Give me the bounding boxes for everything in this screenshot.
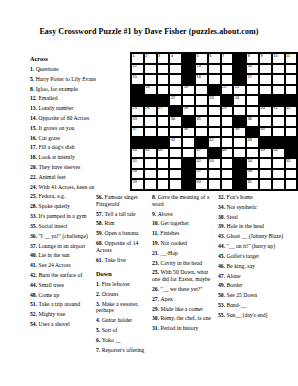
cell-r5c10[interactable] <box>246 95 259 106</box>
clue-down-8: 8. Gave the meaning of a word <box>152 194 216 207</box>
crossword-grid: 1234567891011121314151617181920212223242… <box>130 52 298 191</box>
cell-r7c4[interactable]: 34 <box>169 116 182 127</box>
clue-down-26: 26. "__ we there yet?" <box>152 286 216 293</box>
clue-across-37: 37. Lounge in an airport <box>30 243 97 250</box>
cell-r10c8[interactable]: 48 <box>221 148 234 159</box>
clue-across-12: 12. Emailed <box>30 95 97 102</box>
page-title: Easy Crossword Puzzle #1 by Dave Fisher … <box>0 27 298 36</box>
cell-number: 56 <box>133 169 137 173</box>
clue-down-47: 47. Alone <box>218 273 298 280</box>
cell-r8c6[interactable] <box>195 127 208 138</box>
clue-across-54: 54. Uses a shovel <box>30 321 97 328</box>
clue-down-21: 21. __-Hop <box>152 250 216 257</box>
block-r5c2 <box>144 95 157 106</box>
clue-down-49: 49. Border <box>218 282 298 289</box>
clue-number: 23. <box>152 260 161 266</box>
cell-number: 26 <box>145 106 149 110</box>
cell-r13c12[interactable] <box>272 179 285 190</box>
cell-r4c13[interactable] <box>285 85 298 96</box>
cell-number: 30 <box>260 106 264 110</box>
block-r11c5 <box>182 158 195 169</box>
clue-number: 49. <box>218 282 227 288</box>
block-r10c13 <box>285 148 298 159</box>
cell-number: 14 <box>248 64 252 68</box>
cell-r4c2[interactable]: 18 <box>144 85 157 96</box>
cell-r8c3[interactable] <box>157 127 170 138</box>
block-r9c1 <box>131 137 144 148</box>
block-r11c9 <box>233 158 246 169</box>
cell-r1c10[interactable]: 8 <box>246 53 259 64</box>
cell-r2c11[interactable] <box>259 64 272 75</box>
cell-r3c13[interactable] <box>285 74 298 85</box>
cell-r8c1[interactable]: 37 <box>131 127 144 138</box>
cell-r6c5[interactable]: 28 <box>182 106 195 117</box>
block-r3c5 <box>182 74 195 85</box>
block-r10c7 <box>208 148 221 159</box>
clue-number: 15. <box>30 125 39 131</box>
clue-number: 13. <box>30 105 39 111</box>
cell-r9c10[interactable]: 43 <box>246 137 259 148</box>
block-r5c13 <box>285 95 298 106</box>
clue-number: 1. <box>30 66 36 72</box>
cell-r7c10[interactable]: 36 <box>246 116 259 127</box>
cell-r2c1[interactable]: 12 <box>131 64 144 75</box>
cell-r4c4[interactable] <box>169 85 182 96</box>
cell-number: 54 <box>248 159 252 163</box>
cell-r2c2[interactable] <box>144 64 157 75</box>
cell-number: 38 <box>184 127 188 131</box>
clue-number: 59. <box>96 230 105 236</box>
cell-r3c8[interactable] <box>221 74 234 85</box>
cell-r13c7[interactable] <box>208 179 221 190</box>
clue-number: 43. <box>218 233 227 239</box>
cell-number: 8 <box>248 54 250 58</box>
clue-down-55: 55. Sun__ (day's end) <box>218 312 298 319</box>
cell-r8c5[interactable]: 38 <box>182 127 195 138</box>
cell-r12c4[interactable] <box>169 169 182 180</box>
cell-r1c8[interactable]: 7 <box>221 53 234 64</box>
cell-r11c11[interactable] <box>259 158 272 169</box>
down-clues-list-1: 1. Fire leftover2. Oceans3. Make a sweat… <box>96 281 151 353</box>
cell-r1c1[interactable]: 1 <box>131 53 144 64</box>
cell-r2c8[interactable] <box>221 64 234 75</box>
cell-r12c3[interactable] <box>157 169 170 180</box>
cell-r2c7[interactable] <box>208 64 221 75</box>
cell-r9c7[interactable]: 42 <box>208 137 221 148</box>
cell-number: 10 <box>273 54 277 58</box>
clue-number: 22. <box>30 174 39 180</box>
clue-number: 8. <box>152 194 158 200</box>
cell-number: 41 <box>171 138 175 142</box>
clue-number: 2. <box>96 291 102 297</box>
down-clues-list-3: 32. Fox's home34. Not synthetic38. Steal… <box>218 194 298 318</box>
cell-number: 45 <box>145 148 149 152</box>
cell-number: 51 <box>133 159 137 163</box>
clue-number: 61. <box>96 257 105 263</box>
cell-r8c9[interactable]: 39 <box>233 127 246 138</box>
block-r3c9 <box>233 74 246 85</box>
cell-number: 11 <box>286 54 290 58</box>
cell-r11c2[interactable] <box>144 158 157 169</box>
cell-r2c3[interactable] <box>157 64 170 75</box>
cell-number: 13 <box>196 64 200 68</box>
cell-r6c9[interactable] <box>233 106 246 117</box>
clue-down-43: 43. Ghost __ (Johnny Blaze) <box>218 233 298 240</box>
clue-number: 34. <box>218 204 227 210</box>
block-r12c9 <box>233 169 246 180</box>
cell-r11c3[interactable] <box>157 158 170 169</box>
cell-r10c3[interactable]: 46 <box>157 148 170 159</box>
cell-r3c10[interactable]: 17 <box>246 74 259 85</box>
block-r9c11 <box>259 137 272 148</box>
cell-r11c12[interactable] <box>272 158 285 169</box>
cell-number: 35 <box>196 117 200 121</box>
cell-number: 60 <box>196 180 200 184</box>
block-r5c3 <box>157 95 170 106</box>
cell-r5c9[interactable]: 24 <box>233 95 246 106</box>
cell-number: 49 <box>260 148 264 152</box>
cell-r2c6[interactable]: 13 <box>195 64 208 75</box>
cell-r12c12[interactable] <box>272 169 285 180</box>
clue-down-3: 3. Make a sweater, perhaps <box>96 301 151 314</box>
cell-r1c2[interactable]: 2 <box>144 53 157 64</box>
cell-number: 61 <box>248 180 252 184</box>
cell-r13c2[interactable] <box>144 179 157 190</box>
clue-number: 18. <box>30 154 39 160</box>
cell-r6c11[interactable]: 30 <box>259 106 272 117</box>
block-r9c12 <box>272 137 285 148</box>
cell-r11c6[interactable]: 52 <box>195 158 208 169</box>
block-r7c9 <box>233 116 246 127</box>
cell-r1c12[interactable]: 10 <box>272 53 285 64</box>
cell-number: 34 <box>171 117 175 121</box>
clue-across-52: 52. Mighty tree <box>30 311 97 318</box>
clue-across-24: 24. With 41 Across, keen on <box>30 184 97 191</box>
clue-down-34: 34. Not synthetic <box>218 204 298 211</box>
block-r4c1 <box>131 85 144 96</box>
cell-r7c3[interactable] <box>157 116 170 127</box>
block-r13c5 <box>182 179 195 190</box>
cell-r4c3[interactable] <box>157 85 170 96</box>
cell-r8c2[interactable] <box>144 127 157 138</box>
cell-r11c4[interactable] <box>169 158 182 169</box>
cell-r13c4[interactable] <box>169 179 182 190</box>
clue-number: 33. <box>30 213 39 219</box>
cell-r10c10[interactable] <box>246 148 259 159</box>
cell-r6c10[interactable] <box>246 106 259 117</box>
cell-r3c2[interactable] <box>144 74 157 85</box>
cell-r3c4[interactable] <box>169 74 182 85</box>
clue-number: 44. <box>30 282 39 288</box>
cell-r6c8[interactable]: 29 <box>221 106 234 117</box>
across-clues-column: Across 1. Questions5. Harry Potter to Li… <box>30 55 97 331</box>
cell-r12c6[interactable]: 57 <box>195 169 208 180</box>
cell-r12c13[interactable] <box>285 169 298 180</box>
block-r4c7 <box>208 85 221 96</box>
clue-down-9: 9. Above <box>152 211 216 218</box>
cell-r3c3[interactable] <box>157 74 170 85</box>
clue-down-45: 45. Golfer's target <box>218 253 298 260</box>
cell-r13c6[interactable]: 60 <box>195 179 208 190</box>
cell-r9c8[interactable] <box>221 137 234 148</box>
cell-r11c13[interactable]: 55 <box>285 158 298 169</box>
clue-down-7: 7. Reporter's offering <box>96 347 151 354</box>
clue-number: 37. <box>30 243 39 249</box>
cell-r3c12[interactable] <box>272 74 285 85</box>
cell-number: 31 <box>273 106 277 110</box>
clue-number: 41. <box>30 262 39 268</box>
cell-r9c9[interactable] <box>233 137 246 148</box>
cell-r7c8[interactable] <box>221 116 234 127</box>
cell-r8c8[interactable] <box>221 127 234 138</box>
cell-r2c13[interactable] <box>285 64 298 75</box>
clue-number: 48. <box>30 292 39 298</box>
cell-number: 58 <box>248 169 252 173</box>
cell-number: 3 <box>158 54 160 58</box>
cell-r4c5[interactable]: 19 <box>182 85 195 96</box>
cell-r3c6[interactable]: 16 <box>195 74 208 85</box>
clue-across-42: 42. Burn the surface of <box>30 272 97 279</box>
cell-number: 23 <box>209 96 213 100</box>
cell-r5c6[interactable] <box>195 95 208 106</box>
cell-r11c10[interactable]: 54 <box>246 158 259 169</box>
clue-across-59: 59. Open a banana <box>96 230 151 237</box>
cell-r10c12[interactable]: 50 <box>272 148 285 159</box>
cell-number: 16 <box>196 75 200 79</box>
cell-r13c1[interactable]: 59 <box>131 179 144 190</box>
clue-number: 26. <box>152 286 161 292</box>
cell-r13c13[interactable] <box>285 179 298 190</box>
cell-r3c11[interactable] <box>259 74 272 85</box>
cell-number: 52 <box>196 159 200 163</box>
clue-down-10: 10. Get together <box>152 220 216 227</box>
cell-r6c12[interactable]: 31 <box>272 106 285 117</box>
cell-r6c3[interactable]: 27 <box>157 106 170 117</box>
cell-r7c1[interactable]: 33 <box>131 116 144 127</box>
clue-number: 30. <box>152 315 161 321</box>
clue-number: 3. <box>96 301 102 307</box>
cell-r2c12[interactable] <box>272 64 285 75</box>
cell-r8c13[interactable] <box>285 127 298 138</box>
cell-number: 27 <box>158 106 162 110</box>
block-r5c8 <box>221 95 234 106</box>
clue-across-58: 58. Rim <box>96 220 151 227</box>
cell-number: 20 <box>222 85 226 89</box>
clue-number: 20. <box>30 164 39 170</box>
cell-r6c1[interactable]: 25 <box>131 106 144 117</box>
cell-number: 48 <box>222 148 226 152</box>
cell-number: 24 <box>235 96 239 100</box>
clue-down-2: 2. Oceans <box>96 291 151 298</box>
clue-number: 57. <box>96 211 105 217</box>
cell-r4c8[interactable]: 20 <box>221 85 234 96</box>
block-r5c11 <box>259 95 272 106</box>
clues-column-2: 56. Famous singer Fitzgerald57. Tell a t… <box>96 194 151 357</box>
clue-down-38: 38. Steal <box>218 214 298 221</box>
cell-r10c2[interactable]: 45 <box>144 148 157 159</box>
cell-r1c11[interactable]: 9 <box>259 53 272 64</box>
cell-r12c11[interactable] <box>259 169 272 180</box>
cell-r6c6[interactable] <box>195 106 208 117</box>
cell-number: 50 <box>273 148 277 152</box>
cell-r5c7[interactable]: 23 <box>208 95 221 106</box>
clue-down-23: 23. Cavity in the head <box>152 260 216 267</box>
cell-r5c4[interactable]: 22 <box>169 95 182 106</box>
block-r6c4 <box>169 106 182 117</box>
cell-number: 59 <box>133 180 137 184</box>
clue-number: 9. <box>152 211 158 217</box>
clue-number: 14. <box>30 115 39 121</box>
cell-r10c4[interactable] <box>169 148 182 159</box>
cell-r11c8[interactable] <box>221 158 234 169</box>
cell-r11c7[interactable]: 53 <box>208 158 221 169</box>
clue-down-6: 6. Yoko __ <box>96 337 151 344</box>
clue-number: 5. <box>96 327 102 333</box>
cell-r8c7[interactable] <box>208 127 221 138</box>
block-r9c3 <box>157 137 170 148</box>
cell-r1c7[interactable]: 6 <box>208 53 221 64</box>
cell-number: 47 <box>196 148 200 152</box>
across-clues-list-2: 56. Famous singer Fitzgerald57. Tell a t… <box>96 194 151 263</box>
cell-number: 44 <box>133 148 137 152</box>
block-r9c2 <box>144 137 157 148</box>
cell-number: 53 <box>209 159 213 163</box>
clue-across-35: 35. Social insect <box>30 223 97 230</box>
cell-r7c2[interactable] <box>144 116 157 127</box>
cell-r1c3[interactable]: 3 <box>157 53 170 64</box>
cell-number: 42 <box>209 138 213 142</box>
clue-number: 10. <box>152 220 161 226</box>
cell-r6c13[interactable]: 32 <box>285 106 298 117</box>
clue-number: 19. <box>152 240 161 246</box>
clue-number: 55. <box>218 312 227 318</box>
clue-number: 28. <box>30 203 39 209</box>
cell-number: 32 <box>286 106 290 110</box>
clue-number: 53. <box>218 302 227 308</box>
clue-across-57: 57. Tell a tall tale <box>96 211 151 218</box>
clue-down-11: 11. Finishes <box>152 230 216 237</box>
cell-number: 9 <box>260 54 262 58</box>
cell-r9c4[interactable]: 41 <box>169 137 182 148</box>
clue-across-1: 1. Questions <box>30 66 97 73</box>
clue-across-5: 5. Harry Potter to Lily Evans <box>30 76 97 83</box>
clue-down-39: 39. Hole in the head <box>218 223 298 230</box>
cell-r7c6[interactable]: 35 <box>195 116 208 127</box>
clues-column-4: 32. Fox's home34. Not synthetic38. Steal… <box>218 194 298 322</box>
puzzle-page: Easy Crossword Puzzle #1 by Dave Fisher … <box>0 0 298 386</box>
cell-r7c7[interactable] <box>208 116 221 127</box>
clue-number: 12. <box>30 95 39 101</box>
cell-r8c4[interactable] <box>169 127 182 138</box>
cell-r10c11[interactable]: 49 <box>259 148 272 159</box>
clue-across-61: 61. Take five <box>96 257 151 264</box>
cell-r1c6[interactable]: 5 <box>195 53 208 64</box>
cell-r4c11[interactable] <box>259 85 272 96</box>
block-r7c5 <box>182 116 195 127</box>
cell-r12c7[interactable] <box>208 169 221 180</box>
cell-r10c6[interactable]: 47 <box>195 148 208 159</box>
cell-r2c10[interactable]: 14 <box>246 64 259 75</box>
clues-column-3: 8. Gave the meaning of a word9. Above10.… <box>152 194 216 335</box>
clue-number: 42. <box>30 272 39 278</box>
cell-r4c9[interactable]: 21 <box>233 85 246 96</box>
clue-across-33: 33. It's pumped in a gym <box>30 213 97 220</box>
clue-across-51: 51. Take a trip around <box>30 301 97 308</box>
clue-number: 8. <box>30 86 36 92</box>
cell-r7c11[interactable] <box>259 116 272 127</box>
clue-down-31: 31. Period in history <box>152 325 216 332</box>
cell-r13c8[interactable] <box>221 179 234 190</box>
clue-across-36: 36. "I __ ya!" (challenge) <box>30 233 97 240</box>
across-clues-list: 1. Questions5. Harry Potter to Lily Evan… <box>30 66 97 328</box>
clue-number: 46. <box>218 263 227 269</box>
cell-r6c7[interactable] <box>208 106 221 117</box>
clue-number: 52. <box>30 311 39 317</box>
cell-r10c1[interactable]: 44 <box>131 148 144 159</box>
cell-r10c5[interactable] <box>182 148 195 159</box>
cell-r1c4[interactable]: 4 <box>169 53 182 64</box>
cell-number: 19 <box>184 85 188 89</box>
cell-r12c8[interactable] <box>221 169 234 180</box>
cell-r13c10[interactable]: 61 <box>246 179 259 190</box>
clue-number: 35. <box>30 223 39 229</box>
block-r9c13 <box>285 137 298 148</box>
clue-across-20: 20. They have sleeves <box>30 164 97 171</box>
cell-r2c4[interactable] <box>169 64 182 75</box>
cell-r8c12[interactable] <box>272 127 285 138</box>
clue-across-28: 28. Spoke quietly <box>30 203 97 210</box>
clue-down-50: 50. See 25 Down <box>218 292 298 299</box>
clue-across-14: 14. Opposite of 60 Across <box>30 115 97 122</box>
block-r12c5 <box>182 169 195 180</box>
cell-r12c10[interactable]: 58 <box>246 169 259 180</box>
cell-r3c7[interactable] <box>208 74 221 85</box>
cell-r12c1[interactable]: 56 <box>131 169 144 180</box>
cell-r5c5[interactable] <box>182 95 195 106</box>
cell-r9c5[interactable] <box>182 137 195 148</box>
clue-down-53: 53. Band-__ <box>218 302 298 309</box>
clue-number: 47. <box>218 273 227 279</box>
block-r8c10 <box>246 127 259 138</box>
cell-r10c9[interactable] <box>233 148 246 159</box>
block-r9c6 <box>195 137 208 148</box>
cell-r6c2[interactable]: 26 <box>144 106 157 117</box>
clue-down-29: 29. Made like a comet <box>152 306 216 313</box>
cell-r3c1[interactable]: 15 <box>131 74 144 85</box>
cell-r7c12[interactable] <box>272 116 285 127</box>
cell-r4c10[interactable] <box>246 85 259 96</box>
cell-r4c12[interactable] <box>272 85 285 96</box>
cell-number: 33 <box>133 117 137 121</box>
cell-r8c11[interactable]: 40 <box>259 127 272 138</box>
clue-across-41: 41. See 24 Across <box>30 262 97 269</box>
cell-number: 43 <box>248 138 252 142</box>
cell-r11c1[interactable]: 51 <box>131 158 144 169</box>
cell-number: 1 <box>133 54 135 58</box>
down-header: Down <box>96 270 151 277</box>
cell-number: 29 <box>222 106 226 110</box>
clue-number: 36. <box>30 233 39 239</box>
cell-r13c11[interactable] <box>259 179 272 190</box>
clue-number: 58. <box>96 220 105 226</box>
cell-r13c3[interactable] <box>157 179 170 190</box>
cell-number: 15 <box>133 75 137 79</box>
cell-r12c2[interactable] <box>144 169 157 180</box>
clue-down-5: 5. Sort of <box>96 327 151 334</box>
cell-r1c13[interactable]: 11 <box>285 53 298 64</box>
cell-r4c6[interactable] <box>195 85 208 96</box>
cell-r7c13[interactable] <box>285 116 298 127</box>
